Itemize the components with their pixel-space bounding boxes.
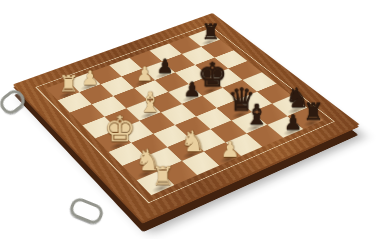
photo-scene: ♜♟♜♟♟♝♟♚♚♛♞♞♝♞♜♟♟♜ bbox=[0, 0, 376, 239]
piece-white-bishop-d3: ♝ bbox=[138, 89, 163, 116]
piece-white-pawn-a2: ♟ bbox=[81, 68, 99, 88]
piece-black-pawn-h7: ♟ bbox=[283, 112, 302, 133]
piece-white-king-e1: ♚ bbox=[103, 111, 135, 147]
piece-white-pawn-b4: ♟ bbox=[135, 64, 152, 84]
piece-white-rook-a1: ♜ bbox=[58, 73, 78, 96]
piece-black-king-d6: ♚ bbox=[197, 58, 227, 91]
piece-black-bishop-g6: ♝ bbox=[244, 101, 269, 129]
piece-white-knight-g3: ♞ bbox=[180, 127, 206, 156]
piece-black-rook-h8: ♜ bbox=[302, 100, 323, 124]
piece-black-pawn-d5: ♟ bbox=[183, 80, 201, 100]
chess-set-photo: ♜♟♜♟♟♝♟♚♚♛♞♞♝♞♜♟♟♜ bbox=[0, 0, 376, 239]
chess-board: ♜♟♜♟♟♝♟♚♚♛♞♞♝♞♜♟♟♜ bbox=[13, 13, 360, 221]
board-frame: ♜♟♜♟♟♝♟♚♚♛♞♞♝♞♜♟♟♜ bbox=[13, 13, 360, 221]
piece-white-rook-h1: ♜ bbox=[151, 164, 174, 189]
piece-black-pawn-b5: ♟ bbox=[156, 57, 173, 76]
piece-white-pawn-h4: ♟ bbox=[220, 139, 239, 160]
piece-black-rook-a8: ♜ bbox=[201, 22, 220, 43]
